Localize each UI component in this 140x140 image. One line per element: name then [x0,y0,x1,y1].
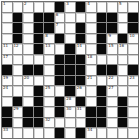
black-cell [55,76,65,86]
black-cell [97,23,107,33]
crossword-cell[interactable] [107,2,117,12]
black-cell [23,65,33,75]
black-cell [44,13,54,23]
clue-number: 6 [56,13,59,17]
crossword-cell[interactable] [118,55,128,65]
crossword-cell[interactable] [13,65,23,75]
clue-number: 15 [108,44,113,48]
crossword-cell[interactable] [97,2,107,12]
crossword-cell[interactable] [44,65,54,75]
clue-number: 7 [56,23,59,27]
crossword-cell[interactable] [34,76,44,86]
clue-number: 28 [66,97,71,101]
clue-number: 34 [87,128,92,132]
clue-number: 10 [129,34,134,38]
crossword-cell[interactable] [23,55,33,65]
crossword-cell[interactable] [34,2,44,12]
black-cell [118,107,128,117]
crossword-cell[interactable] [86,65,96,75]
crossword-cell[interactable]: 31 [76,107,86,117]
clue-number: 2 [24,2,27,6]
black-cell [2,65,12,75]
crossword-cell[interactable] [13,2,23,12]
black-cell [97,65,107,75]
clue-number: 33 [3,128,8,132]
crossword-cell[interactable]: 12 [13,44,23,54]
crossword-cell[interactable] [34,55,44,65]
crossword-cell[interactable]: 29 [13,107,23,117]
clue-number: 20 [24,76,29,80]
crossword-cell[interactable] [55,44,65,54]
crossword-cell[interactable] [97,128,107,138]
crossword-cell[interactable] [2,34,12,44]
crossword-cell[interactable]: 5 [118,2,128,12]
black-cell [97,13,107,23]
crossword-cell[interactable] [107,55,117,65]
clue-number: 5 [119,2,122,6]
crossword-cell[interactable] [97,76,107,86]
clue-number: 19 [3,76,8,80]
crossword-cell[interactable] [44,55,54,65]
crossword-cell[interactable] [118,86,128,96]
black-cell [23,107,33,117]
black-cell [55,55,65,65]
crossword-cell[interactable]: 16 [118,44,128,54]
crossword-cell[interactable] [128,44,138,54]
black-cell [13,34,23,44]
crossword-cell[interactable] [118,128,128,138]
black-cell [2,107,12,117]
black-cell [34,13,44,23]
black-cell [76,23,86,33]
crossword-cell[interactable] [86,23,96,33]
crossword-page: 1234567891011121314151617181920212223242… [0,0,140,140]
crossword-cell[interactable] [2,23,12,33]
clue-number: 9 [108,34,111,38]
crossword-cell[interactable]: 7 [55,23,65,33]
black-cell [34,65,44,75]
crossword-cell[interactable] [86,13,96,23]
crossword-cell[interactable] [13,128,23,138]
crossword-cell[interactable]: 27 [107,86,117,96]
crossword-cell[interactable] [34,128,44,138]
crossword-cell[interactable]: 14 [76,44,86,54]
clue-number: 8 [45,34,48,38]
black-cell [76,34,86,44]
crossword-cell[interactable]: 21 [86,76,96,86]
black-cell [55,107,65,117]
crossword-cell[interactable] [118,65,128,75]
clue-number: 30 [66,107,71,111]
black-cell [118,34,128,44]
crossword-cell[interactable] [65,34,75,44]
clue-number: 31 [77,107,82,111]
black-cell [76,2,86,12]
crossword-cell[interactable] [23,34,33,44]
clue-number: 1 [3,2,6,6]
black-cell [34,107,44,117]
clue-number: 4 [87,2,90,6]
crossword-cell[interactable] [128,118,138,128]
crossword-cell[interactable] [128,55,138,65]
crossword-cell[interactable] [107,107,117,117]
black-cell [65,44,75,54]
black-cell [13,97,23,107]
black-cell [97,34,107,44]
black-cell [118,118,128,128]
crossword-cell[interactable] [23,44,33,54]
crossword-cell[interactable]: 30 [65,107,75,117]
crossword-cell[interactable]: 25 [44,86,54,96]
black-cell [55,65,65,75]
crossword-cell[interactable] [128,107,138,117]
crossword-cell[interactable] [23,23,33,33]
clue-number: 3 [66,2,69,6]
crossword-cell[interactable]: 6 [55,13,65,23]
crossword-cell[interactable] [44,107,54,117]
black-cell [55,97,65,107]
clue-number: 13 [45,44,50,48]
crossword-cell[interactable] [118,76,128,86]
black-cell [97,86,107,96]
black-cell [76,97,86,107]
clue-number: 18 [87,55,92,59]
crossword-cell[interactable] [55,86,65,96]
crossword-cell[interactable]: 4 [86,2,96,12]
black-cell [65,65,75,75]
black-cell [107,23,117,33]
crossword-cell[interactable] [23,97,33,107]
crossword-cell[interactable]: 8 [44,34,54,44]
crossword-cell[interactable] [86,44,96,54]
crossword-cell[interactable]: 24 [2,86,12,96]
clue-number: 14 [77,44,82,48]
crossword-cell[interactable] [107,128,117,138]
crossword-cell[interactable] [13,118,23,128]
crossword-cell[interactable]: 13 [44,44,54,54]
black-cell [34,34,44,44]
crossword-cell[interactable]: 22 [107,76,117,86]
clue-number: 21 [87,76,92,80]
black-cell [34,118,44,128]
crossword-cell[interactable] [128,128,138,138]
crossword-cell[interactable] [65,13,75,23]
crossword-cell[interactable] [76,118,86,128]
crossword-cell[interactable]: 3 [65,2,75,12]
clue-number: 26 [77,86,82,90]
crossword-cell[interactable] [13,86,23,96]
black-cell [55,128,65,138]
black-cell [97,44,107,54]
black-cell [44,23,54,33]
black-cell [76,65,86,75]
crossword-cell[interactable] [128,2,138,12]
crossword-cell[interactable] [86,86,96,96]
crossword-cell[interactable]: 11 [2,44,12,54]
crossword-grid: 1234567891011121314151617181920212223242… [1,1,139,139]
black-cell [86,107,96,117]
crossword-cell[interactable]: 1 [2,2,12,12]
crossword-cell[interactable]: 23 [128,76,138,86]
crossword-cell[interactable]: 15 [107,44,117,54]
black-cell [55,34,65,44]
black-cell [55,2,65,12]
crossword-cell[interactable]: 34 [86,128,96,138]
black-cell [97,97,107,107]
crossword-cell[interactable] [65,128,75,138]
black-cell [34,23,44,33]
black-cell [118,97,128,107]
crossword-cell[interactable]: 20 [23,76,33,86]
black-cell [76,55,86,65]
crossword-cell[interactable] [86,34,96,44]
crossword-cell[interactable] [44,76,54,86]
crossword-cell[interactable]: 33 [2,128,12,138]
crossword-cell[interactable]: 32 [44,118,54,128]
crossword-cell[interactable] [107,118,117,128]
black-cell [86,118,96,128]
black-cell [76,76,86,86]
clue-number: 12 [14,44,19,48]
black-cell [23,118,33,128]
crossword-cell[interactable]: 9 [107,34,117,44]
clue-number: 11 [3,44,8,48]
black-cell [65,55,75,65]
crossword-cell[interactable] [76,13,86,23]
crossword-cell[interactable] [118,23,128,33]
crossword-cell[interactable] [44,97,54,107]
crossword-cell[interactable] [118,13,128,23]
crossword-cell[interactable]: 26 [76,86,86,96]
clue-number: 25 [45,86,50,90]
crossword-cell[interactable] [107,97,117,107]
clue-number: 17 [3,55,8,59]
crossword-cell[interactable] [55,118,65,128]
crossword-cell[interactable] [97,55,107,65]
crossword-cell[interactable] [13,55,23,65]
crossword-cell[interactable] [23,13,33,23]
crossword-cell[interactable] [65,23,75,33]
crossword-cell[interactable]: 17 [2,55,12,65]
crossword-cell[interactable] [65,118,75,128]
black-cell [65,76,75,86]
black-cell [34,86,44,96]
clue-number: 16 [119,44,124,48]
clue-number: 27 [108,86,113,90]
black-cell [34,97,44,107]
black-cell [107,65,117,75]
crossword-cell[interactable] [23,128,33,138]
black-cell [128,13,138,23]
clue-number: 22 [108,76,113,80]
crossword-cell[interactable]: 18 [86,55,96,65]
clue-number: 24 [3,86,8,90]
crossword-cell[interactable] [13,76,23,86]
black-cell [97,107,107,117]
clue-number: 32 [45,118,50,122]
crossword-cell[interactable] [128,86,138,96]
crossword-cell[interactable]: 19 [2,76,12,86]
black-cell [76,128,86,138]
black-cell [34,44,44,54]
crossword-cell[interactable] [44,128,54,138]
black-cell [97,118,107,128]
crossword-cell[interactable] [128,97,138,107]
crossword-cell[interactable] [23,86,33,96]
black-cell [13,13,23,23]
crossword-cell[interactable]: 10 [128,34,138,44]
black-cell [107,13,117,23]
clue-number: 29 [14,107,19,111]
crossword-cell[interactable] [86,97,96,107]
black-cell [128,23,138,33]
black-cell [65,86,75,96]
crossword-cell[interactable]: 2 [23,2,33,12]
crossword-cell[interactable] [44,2,54,12]
black-cell [2,118,12,128]
black-cell [128,65,138,75]
crossword-cell[interactable] [2,13,12,23]
crossword-cell[interactable]: 28 [65,97,75,107]
clue-number: 23 [129,76,134,80]
crossword-cell[interactable] [2,97,12,107]
black-cell [13,23,23,33]
